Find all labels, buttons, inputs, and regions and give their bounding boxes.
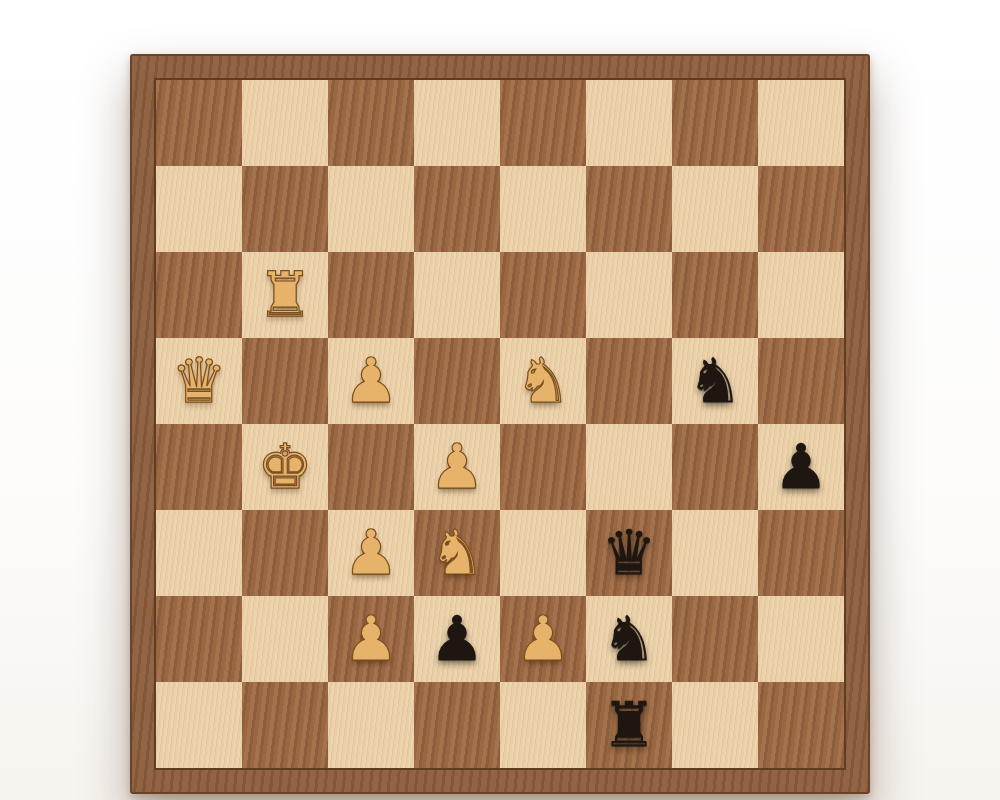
piece-white-pawn[interactable]: ♟: [343, 608, 399, 670]
square-a7[interactable]: [156, 596, 242, 682]
square-d6[interactable]: ♞: [414, 510, 500, 596]
square-a6[interactable]: [156, 510, 242, 596]
square-c2[interactable]: [328, 166, 414, 252]
photo-scene: ♜♛♟♞♞♚♟♟♟♞♛♟♟♟♞♜: [0, 0, 1000, 800]
square-f8[interactable]: ♜: [586, 682, 672, 768]
square-b2[interactable]: [242, 166, 328, 252]
piece-white-pawn[interactable]: ♟: [515, 608, 571, 670]
square-h5[interactable]: ♟: [758, 424, 844, 510]
square-b4[interactable]: [242, 338, 328, 424]
square-f2[interactable]: [586, 166, 672, 252]
square-g3[interactable]: [672, 252, 758, 338]
square-b1[interactable]: [242, 80, 328, 166]
square-c5[interactable]: [328, 424, 414, 510]
square-h1[interactable]: [758, 80, 844, 166]
piece-white-knight[interactable]: ♞: [429, 522, 485, 584]
square-h8[interactable]: [758, 682, 844, 768]
square-c1[interactable]: [328, 80, 414, 166]
square-d5[interactable]: ♟: [414, 424, 500, 510]
square-d3[interactable]: [414, 252, 500, 338]
piece-black-rook[interactable]: ♜: [601, 694, 657, 756]
square-e6[interactable]: [500, 510, 586, 596]
square-d7[interactable]: ♟: [414, 596, 500, 682]
square-e7[interactable]: ♟: [500, 596, 586, 682]
square-f6[interactable]: ♛: [586, 510, 672, 596]
square-e5[interactable]: [500, 424, 586, 510]
piece-white-rook[interactable]: ♜: [257, 264, 313, 326]
square-g8[interactable]: [672, 682, 758, 768]
square-h4[interactable]: [758, 338, 844, 424]
square-e1[interactable]: [500, 80, 586, 166]
piece-black-queen[interactable]: ♛: [601, 522, 657, 584]
square-e8[interactable]: [500, 682, 586, 768]
square-f5[interactable]: [586, 424, 672, 510]
square-h7[interactable]: [758, 596, 844, 682]
square-a5[interactable]: [156, 424, 242, 510]
square-g6[interactable]: [672, 510, 758, 596]
square-b5[interactable]: ♚: [242, 424, 328, 510]
piece-white-queen[interactable]: ♛: [171, 350, 227, 412]
piece-black-knight[interactable]: ♞: [601, 608, 657, 670]
square-g2[interactable]: [672, 166, 758, 252]
square-c6[interactable]: ♟: [328, 510, 414, 596]
square-e4[interactable]: ♞: [500, 338, 586, 424]
square-g7[interactable]: [672, 596, 758, 682]
square-e2[interactable]: [500, 166, 586, 252]
square-b8[interactable]: [242, 682, 328, 768]
square-b7[interactable]: [242, 596, 328, 682]
square-c7[interactable]: ♟: [328, 596, 414, 682]
piece-white-king[interactable]: ♚: [257, 436, 313, 498]
square-h3[interactable]: [758, 252, 844, 338]
piece-black-knight[interactable]: ♞: [687, 350, 743, 412]
square-f4[interactable]: [586, 338, 672, 424]
piece-white-knight[interactable]: ♞: [515, 350, 571, 412]
square-f1[interactable]: [586, 80, 672, 166]
square-b6[interactable]: [242, 510, 328, 596]
piece-white-pawn[interactable]: ♟: [429, 436, 485, 498]
square-c3[interactable]: [328, 252, 414, 338]
square-f7[interactable]: ♞: [586, 596, 672, 682]
square-d8[interactable]: [414, 682, 500, 768]
square-c8[interactable]: [328, 682, 414, 768]
piece-black-pawn[interactable]: ♟: [773, 436, 829, 498]
board-frame: ♜♛♟♞♞♚♟♟♟♞♛♟♟♟♞♜: [130, 54, 870, 794]
square-c4[interactable]: ♟: [328, 338, 414, 424]
square-a3[interactable]: [156, 252, 242, 338]
square-d4[interactable]: [414, 338, 500, 424]
square-h6[interactable]: [758, 510, 844, 596]
square-a1[interactable]: [156, 80, 242, 166]
square-a4[interactable]: ♛: [156, 338, 242, 424]
square-a2[interactable]: [156, 166, 242, 252]
square-d2[interactable]: [414, 166, 500, 252]
square-f3[interactable]: [586, 252, 672, 338]
piece-white-pawn[interactable]: ♟: [343, 522, 399, 584]
piece-black-pawn[interactable]: ♟: [429, 608, 485, 670]
square-e3[interactable]: [500, 252, 586, 338]
square-g4[interactable]: ♞: [672, 338, 758, 424]
square-h2[interactable]: [758, 166, 844, 252]
square-a8[interactable]: [156, 682, 242, 768]
piece-white-pawn[interactable]: ♟: [343, 350, 399, 412]
square-g5[interactable]: [672, 424, 758, 510]
square-g1[interactable]: [672, 80, 758, 166]
square-d1[interactable]: [414, 80, 500, 166]
square-b3[interactable]: ♜: [242, 252, 328, 338]
chess-board: ♜♛♟♞♞♚♟♟♟♞♛♟♟♟♞♜: [154, 78, 846, 770]
